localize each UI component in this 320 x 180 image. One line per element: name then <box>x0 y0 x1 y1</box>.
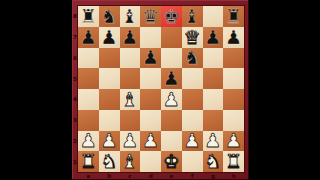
square-d7[interactable] <box>140 27 161 48</box>
square-g1[interactable]: ♞ <box>203 151 224 172</box>
square-f7[interactable]: ♛ <box>182 27 203 48</box>
file-label-c: c <box>120 172 141 180</box>
piece-black-pawn-d6: ♟ <box>142 48 159 67</box>
piece-white-king-e1: ♚ <box>163 152 180 171</box>
file-label-a: a <box>78 172 99 180</box>
square-e2[interactable] <box>161 131 182 152</box>
piece-black-bishop-c8: ♝ <box>121 6 138 25</box>
piece-black-pawn-a7: ♟ <box>80 27 97 46</box>
square-h5[interactable] <box>223 68 244 89</box>
square-h3[interactable] <box>223 110 244 131</box>
square-e3[interactable] <box>161 110 182 131</box>
square-c7[interactable]: ♟ <box>120 27 141 48</box>
square-h4[interactable] <box>223 89 244 110</box>
square-b7[interactable]: ♟ <box>99 27 120 48</box>
square-b4[interactable] <box>99 89 120 110</box>
square-c3[interactable] <box>120 110 141 131</box>
square-d1[interactable] <box>140 151 161 172</box>
square-d6[interactable]: ♟ <box>140 48 161 69</box>
square-c6[interactable] <box>120 48 141 69</box>
square-g6[interactable] <box>203 48 224 69</box>
square-h6[interactable] <box>223 48 244 69</box>
square-a1[interactable]: ♜ <box>78 151 99 172</box>
square-g2[interactable]: ♟ <box>203 131 224 152</box>
square-b1[interactable]: ♞ <box>99 151 120 172</box>
piece-white-queen-f7: ♛ <box>184 27 201 46</box>
piece-white-rook-h1: ♜ <box>225 152 242 171</box>
square-c2[interactable]: ♟ <box>120 131 141 152</box>
piece-black-pawn-g7: ♟ <box>204 27 221 46</box>
piece-white-pawn-h2: ♟ <box>225 131 242 150</box>
piece-white-pawn-f2: ♟ <box>184 131 201 150</box>
square-d3[interactable] <box>140 110 161 131</box>
square-f2[interactable]: ♟ <box>182 131 203 152</box>
square-g3[interactable] <box>203 110 224 131</box>
piece-black-pawn-h7: ♟ <box>225 27 242 46</box>
square-a7[interactable]: ♟ <box>78 27 99 48</box>
square-d4[interactable] <box>140 89 161 110</box>
piece-white-rook-a1: ♜ <box>80 152 97 171</box>
square-f3[interactable] <box>182 110 203 131</box>
square-b8[interactable]: ♞ <box>99 6 120 27</box>
square-h8[interactable]: ♜ <box>223 6 244 27</box>
piece-white-pawn-d2: ♟ <box>142 131 159 150</box>
square-f4[interactable] <box>182 89 203 110</box>
square-h1[interactable]: ♜ <box>223 151 244 172</box>
piece-black-rook-a8: ♜ <box>80 6 97 25</box>
square-f5[interactable] <box>182 68 203 89</box>
square-c5[interactable] <box>120 68 141 89</box>
square-g7[interactable]: ♟ <box>203 27 224 48</box>
square-g5[interactable] <box>203 68 224 89</box>
piece-white-pawn-c2: ♟ <box>121 131 138 150</box>
piece-white-knight-g1: ♞ <box>204 152 221 171</box>
board-grid: ♜♞♝♛♚♝♜♟♟♟♛♟♟♟♞♟♝♟♟♟♟♟♟♟♟♜♞♝♚♞♜ <box>78 6 244 172</box>
square-a8[interactable]: ♜ <box>78 6 99 27</box>
piece-black-pawn-c7: ♟ <box>121 27 138 46</box>
square-c4[interactable]: ♝ <box>120 89 141 110</box>
square-b5[interactable] <box>99 68 120 89</box>
square-b3[interactable] <box>99 110 120 131</box>
square-d5[interactable] <box>140 68 161 89</box>
square-h2[interactable]: ♟ <box>223 131 244 152</box>
square-a4[interactable] <box>78 89 99 110</box>
file-labels: abcdefgh <box>78 172 244 180</box>
square-d2[interactable]: ♟ <box>140 131 161 152</box>
piece-white-knight-b1: ♞ <box>101 152 118 171</box>
video-frame: 87654321 abcdefgh ♜♞♝♛♚♝♜♟♟♟♛♟♟♟♞♟♝♟♟♟♟♟… <box>0 0 320 180</box>
square-e5[interactable]: ♟ <box>161 68 182 89</box>
square-h7[interactable]: ♟ <box>223 27 244 48</box>
piece-black-bishop-f8: ♝ <box>184 6 201 25</box>
piece-white-bishop-c4: ♝ <box>121 89 138 108</box>
file-label-d: d <box>140 172 161 180</box>
square-a2[interactable]: ♟ <box>78 131 99 152</box>
piece-black-knight-b8: ♞ <box>101 6 118 25</box>
piece-white-pawn-g2: ♟ <box>204 131 221 150</box>
file-label-f: f <box>182 172 203 180</box>
square-b2[interactable]: ♟ <box>99 131 120 152</box>
square-e7[interactable] <box>161 27 182 48</box>
square-e4[interactable]: ♟ <box>161 89 182 110</box>
square-f8[interactable]: ♝ <box>182 6 203 27</box>
chess-board-frame: 87654321 abcdefgh ♜♞♝♛♚♝♜♟♟♟♛♟♟♟♞♟♝♟♟♟♟♟… <box>72 0 249 180</box>
piece-white-pawn-a2: ♟ <box>80 131 97 150</box>
square-a3[interactable] <box>78 110 99 131</box>
letterbox-left <box>0 0 72 180</box>
piece-black-queen-d8: ♛ <box>142 6 159 25</box>
square-b6[interactable] <box>99 48 120 69</box>
letterbox-right <box>249 0 320 180</box>
square-f6[interactable]: ♞ <box>182 48 203 69</box>
square-f1[interactable] <box>182 151 203 172</box>
square-g4[interactable] <box>203 89 224 110</box>
square-e8[interactable]: ♚ <box>161 6 182 27</box>
piece-white-pawn-b2: ♟ <box>101 131 118 150</box>
piece-black-pawn-e5: ♟ <box>163 69 180 88</box>
square-e6[interactable] <box>161 48 182 69</box>
square-g8[interactable] <box>203 6 224 27</box>
file-label-g: g <box>203 172 224 180</box>
square-d8[interactable]: ♛ <box>140 6 161 27</box>
piece-black-pawn-b7: ♟ <box>101 27 118 46</box>
piece-black-rook-h8: ♜ <box>225 6 242 25</box>
piece-white-pawn-e4: ♟ <box>163 89 180 108</box>
piece-black-king-e8: ♚ <box>163 6 180 25</box>
piece-black-knight-f6: ♞ <box>184 48 201 67</box>
square-c8[interactable]: ♝ <box>120 6 141 27</box>
square-a6[interactable] <box>78 48 99 69</box>
file-label-b: b <box>99 172 120 180</box>
square-a5[interactable] <box>78 68 99 89</box>
file-label-e: e <box>161 172 182 180</box>
piece-white-bishop-c1: ♝ <box>121 152 138 171</box>
square-c1[interactable]: ♝ <box>120 151 141 172</box>
square-e1[interactable]: ♚ <box>161 151 182 172</box>
file-label-h: h <box>223 172 244 180</box>
